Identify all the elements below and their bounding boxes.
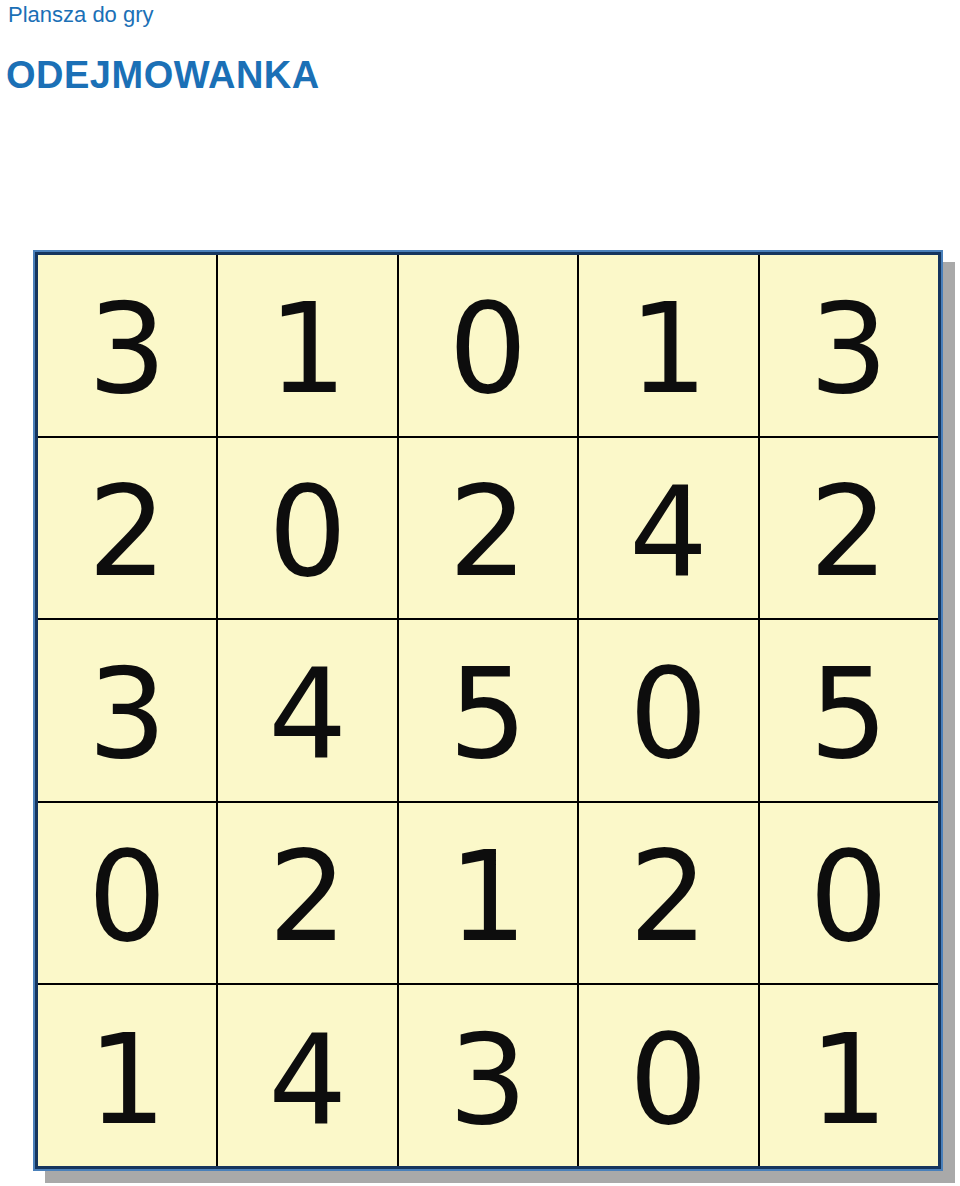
grid-cell-r3c5[interactable]: 5	[760, 620, 938, 801]
grid-cell-r1c4[interactable]: 1	[579, 255, 757, 436]
grid-cell-r5c5[interactable]: 1	[760, 985, 938, 1166]
grid-cell-r2c2[interactable]: 0	[218, 438, 396, 619]
grid-cell-r3c4[interactable]: 0	[579, 620, 757, 801]
grid-cell-r3c3[interactable]: 5	[399, 620, 577, 801]
grid-cell-r4c1[interactable]: 0	[38, 803, 216, 984]
grid-cell-r4c2[interactable]: 2	[218, 803, 396, 984]
page: Plansza do gry ODEJMOWANKA 3101320242345…	[0, 0, 960, 1186]
grid-cell-r1c5[interactable]: 3	[760, 255, 938, 436]
grid-cell-r4c3[interactable]: 1	[399, 803, 577, 984]
game-board-grid: 3101320242345050212014301	[35, 252, 941, 1169]
grid-cell-r1c3[interactable]: 0	[399, 255, 577, 436]
page-title: Plansza do gry	[8, 2, 154, 28]
grid-cell-r2c3[interactable]: 2	[399, 438, 577, 619]
grid-cell-r1c1[interactable]: 3	[38, 255, 216, 436]
game-name-heading: ODEJMOWANKA	[6, 55, 320, 97]
grid-cell-r1c2[interactable]: 1	[218, 255, 396, 436]
grid-cell-r3c1[interactable]: 3	[38, 620, 216, 801]
grid-cell-r4c4[interactable]: 2	[579, 803, 757, 984]
grid-cell-r5c1[interactable]: 1	[38, 985, 216, 1166]
grid-cell-r4c5[interactable]: 0	[760, 803, 938, 984]
grid-cell-r5c2[interactable]: 4	[218, 985, 396, 1166]
grid-cell-r5c3[interactable]: 3	[399, 985, 577, 1166]
grid-cell-r3c2[interactable]: 4	[218, 620, 396, 801]
grid-cell-r2c1[interactable]: 2	[38, 438, 216, 619]
grid-cell-r5c4[interactable]: 0	[579, 985, 757, 1166]
grid-cell-r2c4[interactable]: 4	[579, 438, 757, 619]
grid-cell-r2c5[interactable]: 2	[760, 438, 938, 619]
